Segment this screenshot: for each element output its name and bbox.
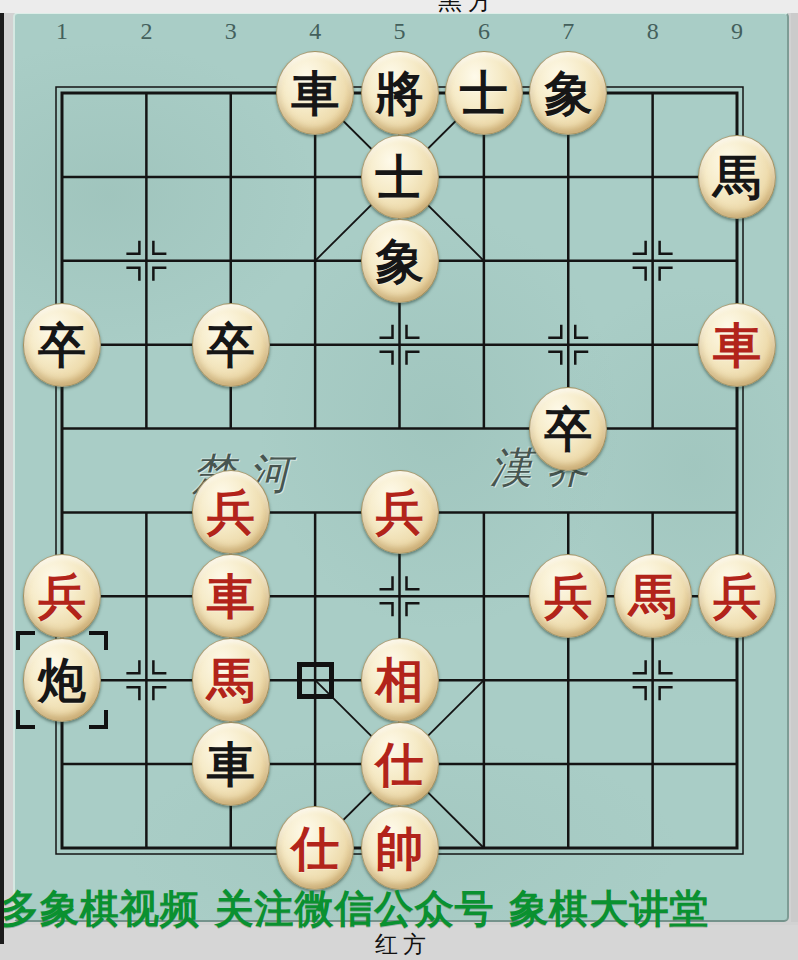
- xiangqi-app-frame: 123456789 楚河 漢界 車將士象士馬象卒卒車卒兵兵兵車兵馬兵炮馬相車仕仕…: [0, 0, 798, 960]
- black-piece-士[interactable]: 士: [361, 135, 439, 219]
- black-side-label: 黑方: [438, 0, 498, 13]
- black-piece-車[interactable]: 車: [192, 722, 270, 806]
- selection-bracket-corner: [89, 710, 108, 729]
- caption-watermark: 多象棋视频 关注微信公众号 象棋大讲堂: [0, 882, 798, 936]
- selection-bracket-corner: [16, 710, 35, 729]
- file-label-6: 6: [464, 18, 504, 45]
- black-piece-卒[interactable]: 卒: [192, 303, 270, 387]
- black-piece-卒[interactable]: 卒: [529, 387, 607, 471]
- frame-right-edge: [791, 12, 798, 922]
- red-piece-相[interactable]: 相: [361, 638, 439, 722]
- selection-bracket-corner: [89, 631, 108, 650]
- red-piece-馬[interactable]: 馬: [614, 554, 692, 638]
- red-piece-馬[interactable]: 馬: [192, 638, 270, 722]
- file-label-9: 9: [717, 18, 757, 45]
- red-piece-車[interactable]: 車: [698, 303, 776, 387]
- file-label-4: 4: [295, 18, 335, 45]
- red-piece-兵[interactable]: 兵: [192, 470, 270, 554]
- red-piece-兵[interactable]: 兵: [361, 470, 439, 554]
- file-label-8: 8: [633, 18, 673, 45]
- black-piece-士[interactable]: 士: [445, 51, 523, 135]
- red-piece-車[interactable]: 車: [192, 554, 270, 638]
- file-label-7: 7: [548, 18, 588, 45]
- red-piece-仕[interactable]: 仕: [361, 722, 439, 806]
- file-label-5: 5: [380, 18, 420, 45]
- black-piece-象[interactable]: 象: [529, 51, 607, 135]
- selection-brackets: [16, 631, 108, 729]
- selection-bracket-corner: [16, 631, 35, 650]
- file-label-3: 3: [211, 18, 251, 45]
- red-piece-兵[interactable]: 兵: [698, 554, 776, 638]
- move-origin-square: [297, 662, 334, 699]
- red-piece-仕[interactable]: 仕: [276, 806, 354, 890]
- black-piece-卒[interactable]: 卒: [23, 303, 101, 387]
- black-piece-馬[interactable]: 馬: [698, 135, 776, 219]
- red-piece-帥[interactable]: 帥: [361, 806, 439, 890]
- file-label-2: 2: [126, 18, 166, 45]
- top-side-strip: 黑方: [0, 0, 798, 13]
- frame-left-edge: [0, 12, 4, 944]
- red-piece-兵[interactable]: 兵: [529, 554, 607, 638]
- red-piece-兵[interactable]: 兵: [23, 554, 101, 638]
- black-piece-車[interactable]: 車: [276, 51, 354, 135]
- file-label-1: 1: [42, 18, 82, 45]
- black-piece-將[interactable]: 將: [361, 51, 439, 135]
- black-piece-象[interactable]: 象: [361, 219, 439, 303]
